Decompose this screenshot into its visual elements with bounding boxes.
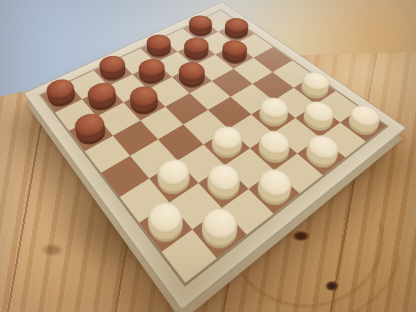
photo-background	[0, 0, 416, 312]
checker-piece-dark	[44, 84, 79, 110]
checkers-board	[23, 2, 407, 311]
board-grid	[42, 11, 386, 283]
board-square-dark	[42, 82, 83, 112]
scene	[0, 0, 416, 312]
checker-piece-light	[254, 102, 292, 130]
board-square-dark	[204, 128, 250, 165]
checker-piece-light	[300, 139, 342, 172]
